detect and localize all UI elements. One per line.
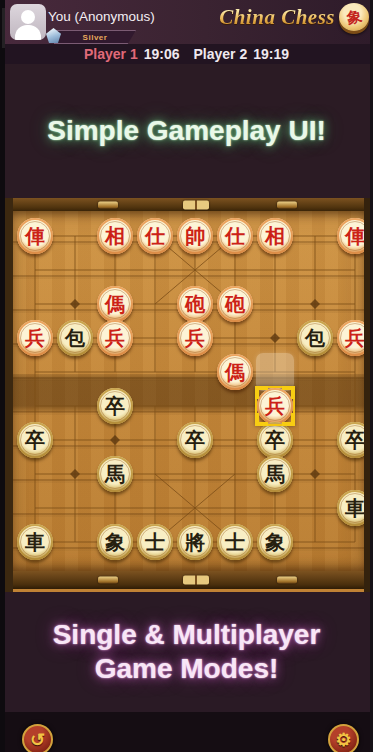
- top-bar: You (Anonymous) Silver China Chess 象: [0, 0, 373, 44]
- gear-icon: ⚙: [335, 731, 351, 749]
- player2-clock: 19:19: [253, 46, 289, 62]
- piece-black-卒[interactable]: 卒: [177, 422, 213, 458]
- piece-black-馬[interactable]: 馬: [257, 456, 293, 492]
- piece-black-馬[interactable]: 馬: [97, 456, 133, 492]
- piece-black-士[interactable]: 士: [137, 524, 173, 560]
- selection-frame: [255, 386, 295, 426]
- board-top-rail: [13, 198, 364, 211]
- clasp-icon: [277, 201, 297, 208]
- piece-red-俥[interactable]: 俥: [17, 218, 53, 254]
- piece-red-砲[interactable]: 砲: [217, 286, 253, 322]
- piece-red-相[interactable]: 相: [257, 218, 293, 254]
- hero-title: Simple Gameplay UI!: [47, 115, 326, 147]
- person-icon: [21, 10, 35, 24]
- piece-black-車[interactable]: 車: [17, 524, 53, 560]
- piece-red-兵[interactable]: 兵: [17, 320, 53, 356]
- undo-arrow-icon: ↺: [30, 731, 45, 749]
- clasp-icon: [98, 577, 118, 584]
- bottom-bar: ↺ ⚙: [0, 712, 373, 752]
- caption-line-2: Game Modes!: [95, 652, 279, 686]
- carousel-edge-left: [0, 0, 5, 752]
- piece-black-卒[interactable]: 卒: [257, 422, 293, 458]
- piece-black-包[interactable]: 包: [297, 320, 333, 356]
- piece-red-帥[interactable]: 帥: [177, 218, 213, 254]
- clasp-icon: [98, 201, 118, 208]
- app-screen: You (Anonymous) Silver China Chess 象 Pla…: [0, 0, 373, 752]
- app-logo: China Chess 象: [219, 3, 369, 31]
- piece-black-象[interactable]: 象: [257, 524, 293, 560]
- piece-black-卒[interactable]: 卒: [17, 422, 53, 458]
- piece-black-象[interactable]: 象: [97, 524, 133, 560]
- piece-red-仕[interactable]: 仕: [217, 218, 253, 254]
- caption-line-1: Single & Multiplayer: [53, 618, 321, 652]
- xiangqi-board: 俥相仕帥仕相俥傌砲砲兵包兵兵包兵傌卒兵卒卒卒卒馬馬車車象士將士象: [5, 198, 371, 592]
- avatar[interactable]: [10, 4, 46, 40]
- badge-label: Silver: [83, 33, 108, 42]
- piece-red-相[interactable]: 相: [97, 218, 133, 254]
- settings-button[interactable]: ⚙: [328, 724, 359, 752]
- clasp-icon: [183, 576, 209, 585]
- back-button[interactable]: ↺: [22, 724, 53, 752]
- hero-banner: Simple Gameplay UI!: [0, 64, 373, 198]
- piece-red-兵[interactable]: 兵: [177, 320, 213, 356]
- piece-red-傌[interactable]: 傌: [97, 286, 133, 322]
- caption-banner: Single & Multiplayer Game Modes!: [0, 592, 373, 712]
- player2-label: Player 2: [194, 46, 248, 62]
- timer-bar: Player 1 19:06 Player 2 19:19: [0, 44, 373, 64]
- piece-black-士[interactable]: 士: [217, 524, 253, 560]
- xiangqi-piece-icon: 象: [339, 3, 369, 31]
- board-grid[interactable]: 俥相仕帥仕相俥傌砲砲兵包兵兵包兵傌卒兵卒卒卒卒馬馬車車象士將士象: [13, 211, 364, 571]
- username: You (Anonymous): [48, 9, 155, 24]
- player1-clock: 19:06: [144, 46, 180, 62]
- logo-text: China Chess: [219, 5, 335, 30]
- board-bottom-rail: [13, 571, 364, 589]
- player1-label: Player 1: [84, 46, 138, 62]
- clasp-icon: [183, 200, 209, 209]
- piece-black-包[interactable]: 包: [57, 320, 93, 356]
- piece-red-兵[interactable]: 兵: [97, 320, 133, 356]
- piece-black-卒[interactable]: 卒: [97, 388, 133, 424]
- clasp-icon: [277, 577, 297, 584]
- piece-red-仕[interactable]: 仕: [137, 218, 173, 254]
- piece-red-傌[interactable]: 傌: [217, 354, 253, 390]
- piece-black-將[interactable]: 將: [177, 524, 213, 560]
- piece-red-砲[interactable]: 砲: [177, 286, 213, 322]
